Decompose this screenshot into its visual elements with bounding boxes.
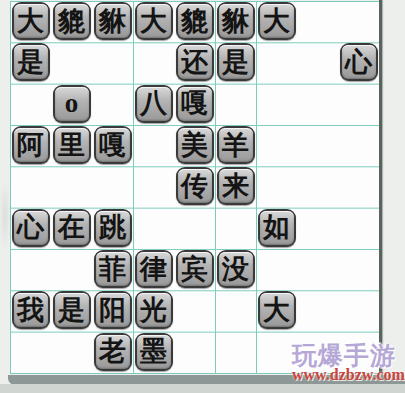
character-tile[interactable]: 大 <box>12 2 50 40</box>
tile-character: 嘎 <box>96 128 130 162</box>
tile-character: 律 <box>137 252 171 286</box>
character-tile[interactable]: 老 <box>94 333 132 371</box>
tile-character: 是 <box>219 45 253 79</box>
character-tile[interactable]: 嘎 <box>176 85 214 123</box>
character-tile[interactable]: 心 <box>12 209 50 247</box>
character-tile[interactable]: 大 <box>258 2 296 40</box>
tile-character: 传 <box>178 169 212 203</box>
character-tile[interactable]: 貔 <box>53 2 91 40</box>
character-tile[interactable]: 传 <box>176 167 214 205</box>
character-tile[interactable]: 貔 <box>176 2 214 40</box>
tile-character: 大 <box>260 293 294 327</box>
character-tile[interactable]: 阳 <box>94 291 132 329</box>
tile-character: 阿 <box>14 128 48 162</box>
character-tile[interactable]: 我 <box>12 291 50 329</box>
page-bottom-strip <box>0 384 405 393</box>
tile-character: 大 <box>260 4 294 38</box>
character-tile[interactable]: 嘎 <box>94 126 132 164</box>
tile-character: 在 <box>55 211 89 245</box>
tile-character: 是 <box>55 293 89 327</box>
character-tile[interactable]: 八 <box>135 85 173 123</box>
character-tile[interactable]: 羊 <box>217 126 255 164</box>
tile-character: 貔 <box>55 4 89 38</box>
character-tile[interactable]: 还 <box>176 43 214 81</box>
tile-character: 宾 <box>178 252 212 286</box>
character-tile[interactable]: 跳 <box>94 209 132 247</box>
tile-character: 菲 <box>96 252 130 286</box>
watermark-smudge <box>0 165 10 265</box>
tile-character: 貅 <box>96 4 130 38</box>
tile-character: 心 <box>14 211 48 245</box>
character-tile[interactable]: 如 <box>258 209 296 247</box>
watermark-url: www.dzbzw.com <box>292 366 405 384</box>
tile-character: 光 <box>137 293 171 327</box>
tile-character: 八 <box>137 87 171 121</box>
character-tile[interactable]: 是 <box>217 43 255 81</box>
tile-character: 嘎 <box>178 87 212 121</box>
tile-character: 跳 <box>96 211 130 245</box>
board-right-edge <box>379 0 382 378</box>
character-tile[interactable]: 是 <box>12 43 50 81</box>
game-screen: 大貔貅大貔貅大是还是心o八嘎阿里嘎美羊传来心在跳如菲律宾没我是阳光大老墨 玩爆手… <box>0 0 405 393</box>
tile-character: 大 <box>14 4 48 38</box>
character-tile[interactable]: 光 <box>135 291 173 329</box>
tile-character: 是 <box>14 45 48 79</box>
tile-character: 还 <box>178 45 212 79</box>
character-tile[interactable]: 貅 <box>94 2 132 40</box>
character-tile[interactable]: 在 <box>53 209 91 247</box>
tile-character: 没 <box>219 252 253 286</box>
character-tile[interactable]: 菲 <box>94 250 132 288</box>
tile-character: 如 <box>260 211 294 245</box>
character-tile[interactable]: 来 <box>217 167 255 205</box>
tile-character: 貅 <box>219 4 253 38</box>
character-tile[interactable]: 大 <box>135 2 173 40</box>
tile-character: 阳 <box>96 293 130 327</box>
tile-character: 老 <box>96 335 130 369</box>
character-tile[interactable]: 没 <box>217 250 255 288</box>
character-tile[interactable]: 宾 <box>176 250 214 288</box>
character-tile[interactable]: 心 <box>340 43 378 81</box>
character-tile[interactable]: 阿 <box>12 126 50 164</box>
tile-character: 墨 <box>137 335 171 369</box>
character-tile[interactable]: 大 <box>258 291 296 329</box>
character-tile[interactable]: o <box>53 85 91 123</box>
character-tile[interactable]: 墨 <box>135 333 173 371</box>
character-tile[interactable]: 美 <box>176 126 214 164</box>
tile-character: 来 <box>219 169 253 203</box>
character-tile[interactable]: 是 <box>53 291 91 329</box>
tile-character: 羊 <box>219 128 253 162</box>
tile-character: 貔 <box>178 4 212 38</box>
character-tile[interactable]: 里 <box>53 126 91 164</box>
tile-character: 里 <box>55 128 89 162</box>
character-tile[interactable]: 律 <box>135 250 173 288</box>
tile-character: o <box>55 87 89 121</box>
tile-character: 美 <box>178 128 212 162</box>
tile-character: 心 <box>342 45 376 79</box>
tile-character: 我 <box>14 293 48 327</box>
character-tile[interactable]: 貅 <box>217 2 255 40</box>
tile-character: 大 <box>137 4 171 38</box>
